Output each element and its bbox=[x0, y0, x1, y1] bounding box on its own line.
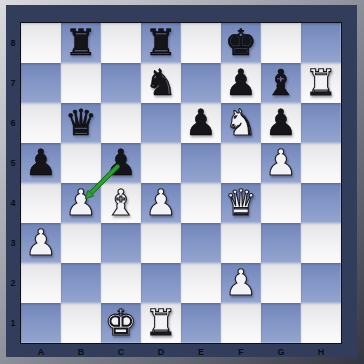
square-f8[interactable]: ♚ bbox=[221, 23, 261, 63]
square-h4[interactable] bbox=[301, 183, 341, 223]
square-b3[interactable] bbox=[61, 223, 101, 263]
square-d7[interactable]: ♞ bbox=[141, 63, 181, 103]
square-f4[interactable]: ♛ bbox=[221, 183, 261, 223]
square-g4[interactable] bbox=[261, 183, 301, 223]
square-e1[interactable] bbox=[181, 303, 221, 343]
file-label-g: G bbox=[261, 345, 301, 358]
board-frame: 87654321 ABCDEFGH ♜♜♚♞♟♝♜♛♟♞♟♟♟♟♟♝♟♛♟♟♚♜ bbox=[0, 0, 364, 364]
square-b7[interactable] bbox=[61, 63, 101, 103]
square-a5[interactable]: ♟ bbox=[21, 143, 61, 183]
square-f7[interactable]: ♟ bbox=[221, 63, 261, 103]
square-f6[interactable]: ♞ bbox=[221, 103, 261, 143]
square-f1[interactable] bbox=[221, 303, 261, 343]
square-g2[interactable] bbox=[261, 263, 301, 303]
square-e6[interactable]: ♟ bbox=[181, 103, 221, 143]
square-a8[interactable] bbox=[21, 23, 61, 63]
square-b2[interactable] bbox=[61, 263, 101, 303]
square-a7[interactable] bbox=[21, 63, 61, 103]
rank-label-1: 1 bbox=[6, 303, 20, 343]
square-e3[interactable] bbox=[181, 223, 221, 263]
square-h5[interactable] bbox=[301, 143, 341, 183]
white-knight[interactable]: ♞ bbox=[225, 103, 257, 143]
file-label-b: B bbox=[61, 345, 101, 358]
square-f2[interactable]: ♟ bbox=[221, 263, 261, 303]
square-d1[interactable]: ♜ bbox=[141, 303, 181, 343]
rank-label-5: 5 bbox=[6, 143, 20, 183]
square-h8[interactable] bbox=[301, 23, 341, 63]
square-h1[interactable] bbox=[301, 303, 341, 343]
file-label-d: D bbox=[141, 345, 181, 358]
file-label-e: E bbox=[181, 345, 221, 358]
square-a4[interactable] bbox=[21, 183, 61, 223]
square-b5[interactable] bbox=[61, 143, 101, 183]
white-pawn[interactable]: ♟ bbox=[65, 183, 97, 223]
square-g6[interactable]: ♟ bbox=[261, 103, 301, 143]
black-rook[interactable]: ♜ bbox=[145, 23, 177, 63]
white-pawn[interactable]: ♟ bbox=[25, 223, 57, 263]
square-d8[interactable]: ♜ bbox=[141, 23, 181, 63]
square-d6[interactable] bbox=[141, 103, 181, 143]
file-label-h: H bbox=[301, 345, 341, 358]
black-king[interactable]: ♚ bbox=[225, 23, 257, 63]
square-c6[interactable] bbox=[101, 103, 141, 143]
rank-labels: 87654321 bbox=[6, 23, 20, 343]
square-d4[interactable]: ♟ bbox=[141, 183, 181, 223]
square-d5[interactable] bbox=[141, 143, 181, 183]
square-a3[interactable]: ♟ bbox=[21, 223, 61, 263]
square-f3[interactable] bbox=[221, 223, 261, 263]
square-e7[interactable] bbox=[181, 63, 221, 103]
square-g3[interactable] bbox=[261, 223, 301, 263]
white-rook[interactable]: ♜ bbox=[305, 63, 337, 103]
black-queen[interactable]: ♛ bbox=[65, 103, 97, 143]
square-c5[interactable]: ♟ bbox=[101, 143, 141, 183]
square-d2[interactable] bbox=[141, 263, 181, 303]
black-pawn[interactable]: ♟ bbox=[265, 103, 297, 143]
square-a2[interactable] bbox=[21, 263, 61, 303]
square-e5[interactable] bbox=[181, 143, 221, 183]
square-e8[interactable] bbox=[181, 23, 221, 63]
square-a6[interactable] bbox=[21, 103, 61, 143]
black-pawn[interactable]: ♟ bbox=[105, 143, 137, 183]
square-b6[interactable]: ♛ bbox=[61, 103, 101, 143]
rank-label-8: 8 bbox=[6, 23, 20, 63]
square-h3[interactable] bbox=[301, 223, 341, 263]
square-h2[interactable] bbox=[301, 263, 341, 303]
square-c4[interactable]: ♝ bbox=[101, 183, 141, 223]
square-c8[interactable] bbox=[101, 23, 141, 63]
board-border-panel: 87654321 ABCDEFGH ♜♜♚♞♟♝♜♛♟♞♟♟♟♟♟♝♟♛♟♟♚♜ bbox=[6, 5, 357, 357]
rank-label-6: 6 bbox=[6, 103, 20, 143]
black-pawn[interactable]: ♟ bbox=[225, 63, 257, 103]
chess-board: ♜♜♚♞♟♝♜♛♟♞♟♟♟♟♟♝♟♛♟♟♚♜ bbox=[20, 22, 342, 344]
black-pawn[interactable]: ♟ bbox=[25, 143, 57, 183]
square-d3[interactable] bbox=[141, 223, 181, 263]
white-queen[interactable]: ♛ bbox=[225, 183, 257, 223]
white-pawn[interactable]: ♟ bbox=[225, 263, 257, 303]
rank-label-3: 3 bbox=[6, 223, 20, 263]
rank-label-2: 2 bbox=[6, 263, 20, 303]
square-c3[interactable] bbox=[101, 223, 141, 263]
square-c2[interactable] bbox=[101, 263, 141, 303]
file-label-f: F bbox=[221, 345, 261, 358]
black-rook[interactable]: ♜ bbox=[65, 23, 97, 63]
rank-label-7: 7 bbox=[6, 63, 20, 103]
file-labels: ABCDEFGH bbox=[21, 345, 341, 358]
black-knight[interactable]: ♞ bbox=[145, 63, 177, 103]
white-bishop[interactable]: ♝ bbox=[105, 183, 137, 223]
square-h7[interactable]: ♜ bbox=[301, 63, 341, 103]
file-label-c: C bbox=[101, 345, 141, 358]
white-rook[interactable]: ♜ bbox=[145, 303, 177, 343]
square-c7[interactable] bbox=[101, 63, 141, 103]
square-a1[interactable] bbox=[21, 303, 61, 343]
square-g5[interactable]: ♟ bbox=[261, 143, 301, 183]
square-b1[interactable] bbox=[61, 303, 101, 343]
black-pawn[interactable]: ♟ bbox=[185, 103, 217, 143]
square-g8[interactable] bbox=[261, 23, 301, 63]
square-b4[interactable]: ♟ bbox=[61, 183, 101, 223]
square-b8[interactable]: ♜ bbox=[61, 23, 101, 63]
square-c1[interactable]: ♚ bbox=[101, 303, 141, 343]
white-pawn[interactable]: ♟ bbox=[145, 183, 177, 223]
white-pawn[interactable]: ♟ bbox=[265, 143, 297, 183]
file-label-a: A bbox=[21, 345, 61, 358]
rank-label-4: 4 bbox=[6, 183, 20, 223]
square-f5[interactable] bbox=[221, 143, 261, 183]
black-bishop[interactable]: ♝ bbox=[265, 63, 297, 103]
square-h6[interactable] bbox=[301, 103, 341, 143]
square-g1[interactable] bbox=[261, 303, 301, 343]
white-king[interactable]: ♚ bbox=[105, 303, 137, 343]
square-g7[interactable]: ♝ bbox=[261, 63, 301, 103]
square-e2[interactable] bbox=[181, 263, 221, 303]
square-e4[interactable] bbox=[181, 183, 221, 223]
